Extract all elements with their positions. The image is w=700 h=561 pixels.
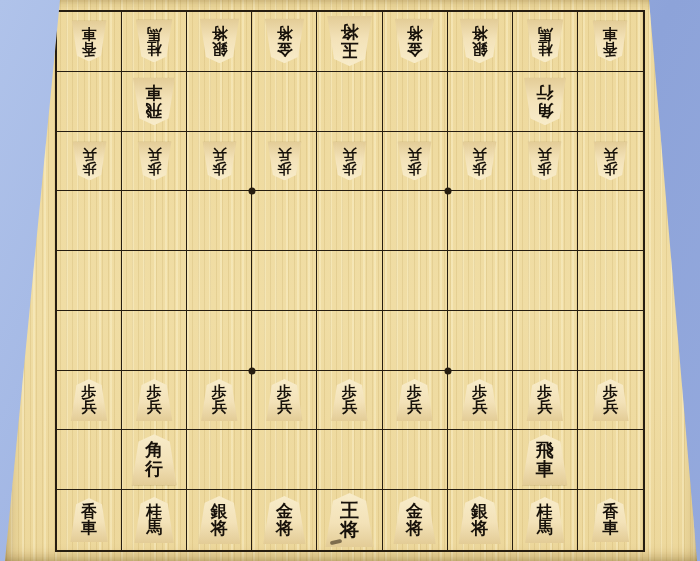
- cell-6f[interactable]: [252, 311, 317, 371]
- cell-9h[interactable]: [57, 430, 122, 490]
- piece-kanji: 兵: [82, 400, 97, 415]
- cell-4c[interactable]: 歩兵: [383, 132, 448, 192]
- piece-kanji: 桂: [537, 41, 552, 56]
- cell-3d[interactable]: [448, 191, 513, 251]
- piece-sente-gold[interactable]: 金将: [393, 496, 436, 544]
- piece-kanji: 香: [82, 41, 97, 56]
- board-grid-area: 香車桂馬銀将金将玉将金将銀将桂馬香車飛車角行歩兵歩兵歩兵歩兵歩兵歩兵歩兵歩兵歩兵…: [55, 10, 645, 552]
- piece-gote-silver[interactable]: 銀将: [460, 19, 500, 64]
- piece-kanji: 歩: [408, 161, 422, 175]
- cell-1f[interactable]: [578, 311, 643, 371]
- cell-7d[interactable]: [187, 191, 252, 251]
- cell-4f[interactable]: [383, 311, 448, 371]
- piece-sente-silver[interactable]: 銀将: [198, 496, 241, 544]
- cell-2b[interactable]: 角行: [513, 72, 578, 132]
- piece-gote-knight[interactable]: 桂馬: [526, 20, 563, 63]
- cell-2c[interactable]: 歩兵: [513, 132, 578, 192]
- piece-sente-knight[interactable]: 桂馬: [525, 497, 565, 543]
- piece-kanji: 銀: [472, 41, 488, 57]
- cell-1h[interactable]: [578, 430, 643, 490]
- cell-8h[interactable]: 角行: [122, 430, 187, 490]
- piece-gote-bishop[interactable]: 角行: [523, 77, 566, 124]
- piece-gote-gold[interactable]: 金将: [395, 19, 435, 64]
- cell-9f[interactable]: [57, 311, 122, 371]
- cell-1i[interactable]: 香車: [578, 490, 643, 550]
- piece-kanji: 銀: [211, 41, 227, 57]
- piece-kanji: 車: [81, 520, 97, 536]
- piece-gote-rook[interactable]: 飛車: [133, 77, 176, 124]
- piece-kanji: 兵: [147, 147, 161, 161]
- piece-gote-knight[interactable]: 桂馬: [136, 20, 173, 63]
- piece-gote-pawn[interactable]: 歩兵: [267, 141, 301, 180]
- cell-7a[interactable]: 銀将: [187, 12, 252, 72]
- piece-gote-pawn[interactable]: 歩兵: [137, 141, 171, 180]
- piece-kanji: 玉: [341, 41, 359, 59]
- piece-kanji: 馬: [147, 26, 162, 41]
- cell-2f[interactable]: [513, 311, 578, 371]
- cell-3a[interactable]: 銀将: [448, 12, 513, 72]
- cell-4b[interactable]: [383, 72, 448, 132]
- cell-7b[interactable]: [187, 72, 252, 132]
- piece-kanji: 飛: [146, 101, 163, 118]
- piece-sente-lance[interactable]: 香車: [591, 498, 629, 542]
- cell-8c[interactable]: 歩兵: [122, 132, 187, 192]
- piece-kanji: 車: [82, 26, 97, 41]
- maker-signature-mark: [330, 539, 343, 545]
- piece-kanji: 香: [603, 41, 618, 56]
- cell-7i[interactable]: 銀将: [187, 490, 252, 550]
- cell-1a[interactable]: 香車: [578, 12, 643, 72]
- piece-gote-gold[interactable]: 金将: [264, 19, 304, 64]
- piece-gote-pawn[interactable]: 歩兵: [593, 141, 627, 180]
- piece-kanji: 車: [602, 520, 618, 536]
- piece-sente-rook[interactable]: 飛車: [522, 434, 568, 485]
- piece-kanji: 兵: [537, 400, 552, 415]
- cell-7g[interactable]: 歩兵: [187, 371, 252, 431]
- piece-gote-pawn[interactable]: 歩兵: [72, 141, 106, 180]
- piece-kanji: 歩: [473, 161, 487, 175]
- cell-3i[interactable]: 銀将: [448, 490, 513, 550]
- shogi-board: 香車桂馬銀将金将玉将金将銀将桂馬香車飛車角行歩兵歩兵歩兵歩兵歩兵歩兵歩兵歩兵歩兵…: [0, 0, 700, 561]
- cell-5h[interactable]: [317, 430, 382, 490]
- cell-6i[interactable]: 金将: [252, 490, 317, 550]
- piece-kanji: 兵: [212, 400, 227, 415]
- piece-kanji: 角: [536, 101, 553, 118]
- cell-6g[interactable]: 歩兵: [252, 371, 317, 431]
- cell-3b[interactable]: [448, 72, 513, 132]
- piece-gote-pawn[interactable]: 歩兵: [462, 141, 496, 180]
- piece-sente-pawn[interactable]: 歩兵: [136, 379, 173, 421]
- piece-kanji: 馬: [146, 520, 162, 536]
- cell-8g[interactable]: 歩兵: [122, 371, 187, 431]
- piece-sente-pawn[interactable]: 歩兵: [592, 379, 629, 421]
- piece-gote-silver[interactable]: 銀将: [199, 19, 239, 64]
- piece-gote-lance[interactable]: 香車: [593, 21, 628, 62]
- cell-3f[interactable]: [448, 311, 513, 371]
- piece-kanji: 将: [406, 520, 423, 537]
- piece-kanji: 将: [276, 25, 292, 41]
- piece-gote-pawn[interactable]: 歩兵: [397, 141, 431, 180]
- cell-5i[interactable]: 王将: [317, 490, 382, 550]
- cell-5c[interactable]: 歩兵: [317, 132, 382, 192]
- cell-9i[interactable]: 香車: [57, 490, 122, 550]
- piece-gote-pawn[interactable]: 歩兵: [528, 141, 562, 180]
- piece-sente-pawn[interactable]: 歩兵: [396, 379, 433, 421]
- cell-2h[interactable]: 飛車: [513, 430, 578, 490]
- piece-kanji: 歩: [147, 161, 161, 175]
- cell-3c[interactable]: 歩兵: [448, 132, 513, 192]
- cell-6c[interactable]: 歩兵: [252, 132, 317, 192]
- board-grid: 香車桂馬銀将金将玉将金将銀将桂馬香車飛車角行歩兵歩兵歩兵歩兵歩兵歩兵歩兵歩兵歩兵…: [55, 10, 645, 552]
- piece-kanji: 歩: [603, 161, 617, 175]
- piece-kanji: 将: [407, 25, 423, 41]
- piece-kanji: 将: [276, 520, 293, 537]
- piece-kanji: 行: [145, 460, 163, 478]
- cell-8e[interactable]: [122, 251, 187, 311]
- piece-sente-pawn[interactable]: 歩兵: [331, 379, 368, 421]
- piece-gote-king[interactable]: 玉将: [327, 16, 373, 66]
- piece-kanji: 金: [407, 41, 423, 57]
- piece-sente-silver[interactable]: 銀将: [458, 496, 501, 544]
- cell-9c[interactable]: 歩兵: [57, 132, 122, 192]
- cell-7h[interactable]: [187, 430, 252, 490]
- cell-7e[interactable]: [187, 251, 252, 311]
- cell-8i[interactable]: 桂馬: [122, 490, 187, 550]
- piece-kanji: 兵: [82, 147, 96, 161]
- piece-kanji: 兵: [473, 147, 487, 161]
- cell-1c[interactable]: 歩兵: [578, 132, 643, 192]
- cell-3h[interactable]: [448, 430, 513, 490]
- cell-9b[interactable]: [57, 72, 122, 132]
- piece-sente-gold[interactable]: 金将: [263, 496, 306, 544]
- piece-kanji: 兵: [212, 147, 226, 161]
- cell-5f[interactable]: [317, 311, 382, 371]
- piece-kanji: 金: [276, 41, 292, 57]
- cell-5g[interactable]: 歩兵: [317, 371, 382, 431]
- piece-kanji: 歩: [82, 161, 96, 175]
- cell-6a[interactable]: 金将: [252, 12, 317, 72]
- piece-sente-pawn[interactable]: 歩兵: [201, 379, 238, 421]
- cell-5b[interactable]: [317, 72, 382, 132]
- piece-sente-knight[interactable]: 桂馬: [134, 497, 174, 543]
- cell-9a[interactable]: 香車: [57, 12, 122, 72]
- cell-1g[interactable]: 歩兵: [578, 371, 643, 431]
- piece-gote-pawn[interactable]: 歩兵: [202, 141, 236, 180]
- piece-kanji: 兵: [147, 400, 162, 415]
- piece-sente-bishop[interactable]: 角行: [131, 434, 177, 485]
- piece-kanji: 馬: [537, 26, 552, 41]
- piece-kanji: 将: [341, 23, 359, 41]
- cell-2d[interactable]: [513, 191, 578, 251]
- cell-8b[interactable]: 飛車: [122, 72, 187, 132]
- cell-2a[interactable]: 桂馬: [513, 12, 578, 72]
- piece-gote-lance[interactable]: 香車: [71, 21, 106, 62]
- cell-2g[interactable]: 歩兵: [513, 371, 578, 431]
- piece-kanji: 歩: [538, 161, 552, 175]
- cell-7f[interactable]: [187, 311, 252, 371]
- piece-kanji: 歩: [212, 161, 226, 175]
- cell-1b[interactable]: [578, 72, 643, 132]
- piece-kanji: 兵: [603, 147, 617, 161]
- cell-8f[interactable]: [122, 311, 187, 371]
- piece-kanji: 兵: [342, 400, 357, 415]
- cell-4h[interactable]: [383, 430, 448, 490]
- cell-6b[interactable]: [252, 72, 317, 132]
- cell-8a[interactable]: 桂馬: [122, 12, 187, 72]
- piece-sente-pawn[interactable]: 歩兵: [71, 379, 108, 421]
- cell-2e[interactable]: [513, 251, 578, 311]
- piece-sente-lance[interactable]: 香車: [70, 498, 108, 542]
- piece-kanji: 歩: [343, 161, 357, 175]
- piece-kanji: 桂: [147, 41, 162, 56]
- cell-4a[interactable]: 金将: [383, 12, 448, 72]
- piece-kanji: 兵: [603, 400, 618, 415]
- piece-kanji: 兵: [408, 147, 422, 161]
- cell-3g[interactable]: 歩兵: [448, 371, 513, 431]
- cell-7c[interactable]: 歩兵: [187, 132, 252, 192]
- piece-kanji: 馬: [537, 520, 553, 536]
- star-point: [445, 368, 452, 375]
- piece-kanji: 将: [211, 25, 227, 41]
- cell-6e[interactable]: [252, 251, 317, 311]
- piece-kanji: 将: [472, 25, 488, 41]
- cell-1d[interactable]: [578, 191, 643, 251]
- cell-6d[interactable]: [252, 191, 317, 251]
- cell-4i[interactable]: 金将: [383, 490, 448, 550]
- piece-gote-pawn[interactable]: 歩兵: [332, 141, 366, 180]
- piece-kanji: 兵: [277, 147, 291, 161]
- cell-4g[interactable]: 歩兵: [383, 371, 448, 431]
- cell-3e[interactable]: [448, 251, 513, 311]
- piece-kanji: 将: [340, 520, 359, 539]
- cell-9g[interactable]: 歩兵: [57, 371, 122, 431]
- piece-sente-pawn[interactable]: 歩兵: [526, 379, 563, 421]
- piece-kanji: 将: [211, 520, 228, 537]
- cell-9d[interactable]: [57, 191, 122, 251]
- cell-5d[interactable]: [317, 191, 382, 251]
- piece-kanji: 車: [603, 26, 618, 41]
- cell-9e[interactable]: [57, 251, 122, 311]
- piece-kanji: 兵: [407, 400, 422, 415]
- cell-5a[interactable]: 玉将: [317, 12, 382, 72]
- cell-4d[interactable]: [383, 191, 448, 251]
- cell-5e[interactable]: [317, 251, 382, 311]
- piece-kanji: 将: [471, 520, 488, 537]
- piece-kanji: 歩: [277, 161, 291, 175]
- piece-kanji: 兵: [472, 400, 487, 415]
- piece-kanji: 兵: [343, 147, 357, 161]
- piece-sente-pawn[interactable]: 歩兵: [266, 379, 303, 421]
- piece-kanji: 兵: [538, 147, 552, 161]
- cell-8d[interactable]: [122, 191, 187, 251]
- cell-6h[interactable]: [252, 430, 317, 490]
- star-point: [248, 187, 255, 194]
- star-point: [445, 187, 452, 194]
- piece-sente-king[interactable]: 王将: [325, 493, 374, 547]
- piece-kanji: 行: [536, 84, 553, 101]
- cell-1e[interactable]: [578, 251, 643, 311]
- cell-4e[interactable]: [383, 251, 448, 311]
- cell-2i[interactable]: 桂馬: [513, 490, 578, 550]
- piece-kanji: 車: [536, 460, 554, 478]
- piece-kanji: 兵: [277, 400, 292, 415]
- piece-sente-pawn[interactable]: 歩兵: [461, 379, 498, 421]
- star-point: [248, 368, 255, 375]
- piece-kanji: 車: [146, 84, 163, 101]
